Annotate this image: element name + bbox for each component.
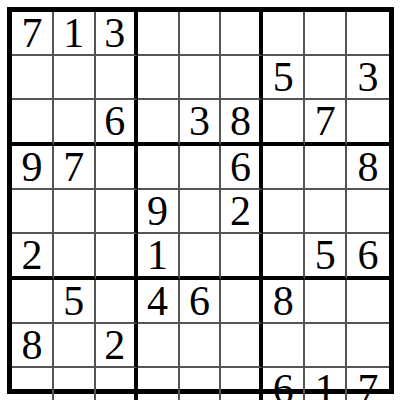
cell-r2c1-empty[interactable] [12, 56, 54, 100]
cell-r4c5-empty[interactable] [180, 146, 222, 190]
cell-r6c2-empty[interactable] [54, 234, 96, 280]
sudoku-board: 7135363879768922156546882617 [7, 7, 394, 394]
cell-r5c1-empty[interactable] [12, 190, 54, 234]
cell-r9c9-given: 7 [347, 368, 389, 400]
cell-r6c1-given: 2 [12, 234, 54, 280]
cell-r8c1-given: 8 [12, 324, 54, 368]
cell-r2c7-given: 5 [263, 56, 305, 100]
cell-r7c2-given: 5 [54, 280, 96, 324]
cell-r5c8-empty[interactable] [305, 190, 347, 234]
cell-r1c8-empty[interactable] [305, 12, 347, 56]
cell-r8c6-empty[interactable] [221, 324, 263, 368]
cell-r4c1-given: 9 [12, 146, 54, 190]
cell-r6c6-empty[interactable] [221, 234, 263, 280]
cell-r7c9-empty[interactable] [347, 280, 389, 324]
cell-r5c3-empty[interactable] [96, 190, 138, 234]
cell-r1c3-given: 3 [96, 12, 138, 56]
cell-r4c7-empty[interactable] [263, 146, 305, 190]
cell-r4c6-given: 6 [221, 146, 263, 190]
cell-r1c9-empty[interactable] [347, 12, 389, 56]
cell-r5c5-empty[interactable] [180, 190, 222, 234]
cell-r9c5-empty[interactable] [180, 368, 222, 400]
cell-r6c7-empty[interactable] [263, 234, 305, 280]
cell-r2c3-empty[interactable] [96, 56, 138, 100]
cell-r7c6-empty[interactable] [221, 280, 263, 324]
cell-r9c4-empty[interactable] [138, 368, 180, 400]
cell-r9c2-empty[interactable] [54, 368, 96, 400]
cell-r7c3-empty[interactable] [96, 280, 138, 324]
cell-r2c5-empty[interactable] [180, 56, 222, 100]
cell-r9c7-given: 6 [263, 368, 305, 400]
cell-r8c4-empty[interactable] [138, 324, 180, 368]
cell-r3c6-given: 8 [221, 100, 263, 146]
cell-r3c3-given: 6 [96, 100, 138, 146]
cell-r8c9-empty[interactable] [347, 324, 389, 368]
cell-r4c9-given: 8 [347, 146, 389, 190]
cell-r5c6-given: 2 [221, 190, 263, 234]
cell-r6c5-empty[interactable] [180, 234, 222, 280]
cell-r6c4-given: 1 [138, 234, 180, 280]
cell-r4c8-empty[interactable] [305, 146, 347, 190]
cell-r2c4-empty[interactable] [138, 56, 180, 100]
cell-r1c5-empty[interactable] [180, 12, 222, 56]
cell-r2c9-given: 3 [347, 56, 389, 100]
cell-r3c5-given: 3 [180, 100, 222, 146]
cell-r4c3-empty[interactable] [96, 146, 138, 190]
cell-r3c7-empty[interactable] [263, 100, 305, 146]
cell-r5c4-given: 9 [138, 190, 180, 234]
cell-r3c8-given: 7 [305, 100, 347, 146]
cell-r3c1-empty[interactable] [12, 100, 54, 146]
cell-r1c4-empty[interactable] [138, 12, 180, 56]
cell-r8c5-empty[interactable] [180, 324, 222, 368]
cell-r8c8-empty[interactable] [305, 324, 347, 368]
cell-r1c6-empty[interactable] [221, 12, 263, 56]
cell-r9c6-empty[interactable] [221, 368, 263, 400]
cell-r2c2-empty[interactable] [54, 56, 96, 100]
cell-r9c1-empty[interactable] [12, 368, 54, 400]
cell-r7c8-empty[interactable] [305, 280, 347, 324]
cell-r3c2-empty[interactable] [54, 100, 96, 146]
cell-r2c8-empty[interactable] [305, 56, 347, 100]
cell-r9c3-empty[interactable] [96, 368, 138, 400]
cell-r8c2-empty[interactable] [54, 324, 96, 368]
cell-r3c9-empty[interactable] [347, 100, 389, 146]
cell-r5c2-empty[interactable] [54, 190, 96, 234]
cell-r5c9-empty[interactable] [347, 190, 389, 234]
cell-r6c3-empty[interactable] [96, 234, 138, 280]
cell-r8c7-empty[interactable] [263, 324, 305, 368]
cell-r9c8-given: 1 [305, 368, 347, 400]
cell-r1c1-given: 7 [12, 12, 54, 56]
cell-r4c2-given: 7 [54, 146, 96, 190]
cell-r1c2-given: 1 [54, 12, 96, 56]
cell-r7c4-given: 4 [138, 280, 180, 324]
cell-r5c7-empty[interactable] [263, 190, 305, 234]
cell-r7c7-given: 8 [263, 280, 305, 324]
cell-r7c5-given: 6 [180, 280, 222, 324]
cell-r1c7-empty[interactable] [263, 12, 305, 56]
cell-r6c8-given: 5 [305, 234, 347, 280]
cell-r6c9-given: 6 [347, 234, 389, 280]
cell-r4c4-empty[interactable] [138, 146, 180, 190]
cell-r8c3-given: 2 [96, 324, 138, 368]
cell-r2c6-empty[interactable] [221, 56, 263, 100]
cell-r7c1-empty[interactable] [12, 280, 54, 324]
cell-r3c4-empty[interactable] [138, 100, 180, 146]
